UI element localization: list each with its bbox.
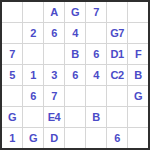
cell-r3c6[interactable]: D1 [107,44,127,64]
cell-r7c7[interactable] [128,128,148,148]
cell-r6c1[interactable]: G [2,107,22,127]
cell-r5c5[interactable] [86,86,106,106]
cell-r3c2[interactable] [23,44,43,64]
cell-r3c3[interactable] [44,44,64,64]
cell-r1c3[interactable]: A [44,2,64,22]
cell-r6c4[interactable] [65,107,85,127]
cell-r4c6[interactable]: C2 [107,65,127,85]
cell-r3c4[interactable]: B [65,44,85,64]
cell-r7c2[interactable]: G [23,128,43,148]
cell-r7c4[interactable] [65,128,85,148]
cell-r6c7[interactable] [128,107,148,127]
cell-r6c6[interactable] [107,107,127,127]
cell-r1c6[interactable] [107,2,127,22]
cell-r7c3[interactable]: D [44,128,64,148]
cell-r4c5[interactable]: 4 [86,65,106,85]
cell-r5c7[interactable]: G [128,86,148,106]
cell-r7c1[interactable]: 1 [2,128,22,148]
cell-r1c4[interactable]: G [65,2,85,22]
cell-r4c1[interactable]: 5 [2,65,22,85]
cell-r1c1[interactable] [2,2,22,22]
cell-r7c6[interactable]: 6 [107,128,127,148]
cell-r3c5[interactable]: 6 [86,44,106,64]
cell-r1c7[interactable] [128,2,148,22]
cell-r2c1[interactable] [2,23,22,43]
cell-r4c3[interactable]: 3 [44,65,64,85]
cell-r2c3[interactable]: 6 [44,23,64,43]
cell-r2c4[interactable]: 4 [65,23,85,43]
cell-r5c1[interactable] [2,86,22,106]
cell-r4c2[interactable]: 1 [23,65,43,85]
cell-r3c1[interactable]: 7 [2,44,22,64]
cell-r2c5[interactable] [86,23,106,43]
cell-r2c7[interactable] [128,23,148,43]
cell-r1c5[interactable]: 7 [86,2,106,22]
cell-r5c3[interactable]: 7 [44,86,64,106]
cell-r2c6[interactable]: G7 [107,23,127,43]
cell-r6c2[interactable] [23,107,43,127]
cell-r5c2[interactable]: 6 [23,86,43,106]
cell-r4c4[interactable]: 6 [65,65,85,85]
cell-r3c7[interactable]: F [128,44,148,64]
cell-r5c6[interactable] [107,86,127,106]
eulero-board: AG7264G77B6D1F51364C2B67GGE4B1GD6 [0,0,150,150]
cell-r7c5[interactable] [86,128,106,148]
cell-r4c7[interactable]: B [128,65,148,85]
cell-r2c2[interactable]: 2 [23,23,43,43]
cell-r5c4[interactable] [65,86,85,106]
cell-r1c2[interactable] [23,2,43,22]
cell-r6c3[interactable]: E4 [44,107,64,127]
cell-r6c5[interactable]: B [86,107,106,127]
